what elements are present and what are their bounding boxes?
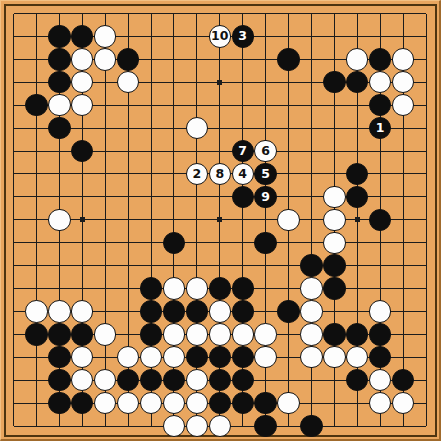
black-stone — [71, 140, 93, 162]
white-stone — [117, 392, 139, 414]
move-2-stone: 2 — [186, 163, 208, 185]
black-stone — [140, 323, 162, 345]
black-stone — [232, 369, 254, 391]
white-stone — [117, 346, 139, 368]
black-stone — [209, 392, 231, 414]
black-stone — [232, 392, 254, 414]
white-stone — [369, 71, 391, 93]
white-stone — [392, 94, 414, 116]
go-board-app: 10317628459 — [0, 0, 441, 441]
white-stone — [323, 209, 345, 231]
black-stone — [48, 369, 70, 391]
black-stone — [369, 209, 391, 231]
black-stone — [346, 323, 368, 345]
white-stone — [392, 48, 414, 70]
black-stone — [369, 94, 391, 116]
black-stone — [71, 25, 93, 47]
move-10-stone: 10 — [209, 25, 231, 47]
grid-line-vertical — [426, 14, 427, 427]
star-point — [217, 217, 222, 222]
white-stone — [186, 415, 208, 437]
black-stone — [71, 323, 93, 345]
black-stone — [346, 186, 368, 208]
white-stone — [392, 71, 414, 93]
white-stone — [71, 71, 93, 93]
black-stone — [232, 186, 254, 208]
black-stone — [323, 323, 345, 345]
black-stone — [209, 369, 231, 391]
black-stone — [140, 277, 162, 299]
black-stone — [48, 71, 70, 93]
black-stone — [346, 71, 368, 93]
white-stone — [232, 323, 254, 345]
black-stone — [232, 346, 254, 368]
move-5-stone: 5 — [254, 163, 276, 185]
white-stone — [48, 300, 70, 322]
star-point — [217, 80, 222, 85]
black-stone — [392, 369, 414, 391]
white-stone — [48, 94, 70, 116]
grid-line-horizontal — [14, 242, 427, 243]
black-stone — [300, 415, 322, 437]
black-stone — [140, 369, 162, 391]
black-stone — [232, 277, 254, 299]
go-board[interactable]: 10317628459 — [0, 0, 441, 441]
white-stone — [71, 369, 93, 391]
white-stone — [369, 369, 391, 391]
white-stone — [277, 392, 299, 414]
black-stone — [71, 392, 93, 414]
white-stone — [186, 392, 208, 414]
black-stone — [140, 300, 162, 322]
black-stone — [25, 94, 47, 116]
white-stone — [369, 300, 391, 322]
black-stone — [323, 71, 345, 93]
white-stone — [163, 277, 185, 299]
black-stone — [117, 369, 139, 391]
black-stone — [163, 300, 185, 322]
white-stone — [163, 323, 185, 345]
black-stone — [369, 48, 391, 70]
white-stone — [369, 392, 391, 414]
white-stone — [163, 346, 185, 368]
black-stone — [186, 300, 208, 322]
black-stone — [254, 232, 276, 254]
white-stone — [300, 300, 322, 322]
black-stone — [369, 346, 391, 368]
black-stone — [48, 346, 70, 368]
white-stone — [323, 186, 345, 208]
black-stone — [232, 300, 254, 322]
white-stone — [300, 277, 322, 299]
white-stone — [163, 392, 185, 414]
black-stone — [163, 232, 185, 254]
move-9-stone: 9 — [254, 186, 276, 208]
white-stone — [71, 346, 93, 368]
move-8-stone: 8 — [209, 163, 231, 185]
black-stone — [163, 369, 185, 391]
white-stone — [94, 392, 116, 414]
white-stone — [323, 346, 345, 368]
white-stone — [48, 209, 70, 231]
white-stone — [209, 415, 231, 437]
white-stone — [71, 48, 93, 70]
white-stone — [300, 346, 322, 368]
black-stone — [300, 254, 322, 276]
grid-line-horizontal — [14, 265, 427, 266]
white-stone — [94, 25, 116, 47]
black-stone — [48, 117, 70, 139]
white-stone — [94, 323, 116, 345]
white-stone — [117, 71, 139, 93]
move-4-stone: 4 — [232, 163, 254, 185]
white-stone — [25, 300, 47, 322]
black-stone — [117, 48, 139, 70]
white-stone — [71, 94, 93, 116]
black-stone — [254, 392, 276, 414]
black-stone — [323, 254, 345, 276]
white-stone — [163, 415, 185, 437]
black-stone — [254, 415, 276, 437]
star-point — [80, 217, 85, 222]
white-stone — [300, 323, 322, 345]
white-stone — [323, 232, 345, 254]
black-stone — [277, 48, 299, 70]
white-stone — [254, 323, 276, 345]
white-stone — [186, 277, 208, 299]
white-stone — [140, 346, 162, 368]
white-stone — [140, 392, 162, 414]
white-stone — [209, 323, 231, 345]
move-1-stone: 1 — [369, 117, 391, 139]
white-stone — [209, 300, 231, 322]
white-stone — [71, 300, 93, 322]
white-stone — [346, 346, 368, 368]
black-stone — [209, 277, 231, 299]
white-stone — [186, 369, 208, 391]
black-stone — [369, 323, 391, 345]
black-stone — [186, 346, 208, 368]
star-point — [355, 217, 360, 222]
white-stone — [277, 209, 299, 231]
black-stone — [48, 25, 70, 47]
black-stone — [209, 346, 231, 368]
move-3-stone: 3 — [232, 25, 254, 47]
white-stone — [346, 48, 368, 70]
black-stone — [346, 369, 368, 391]
white-stone — [186, 323, 208, 345]
black-stone — [25, 323, 47, 345]
move-7-stone: 7 — [232, 140, 254, 162]
white-stone — [186, 117, 208, 139]
black-stone — [323, 277, 345, 299]
white-stone — [392, 392, 414, 414]
black-stone — [346, 163, 368, 185]
black-stone — [277, 300, 299, 322]
move-6-stone: 6 — [254, 140, 276, 162]
black-stone — [48, 48, 70, 70]
black-stone — [48, 323, 70, 345]
white-stone — [94, 48, 116, 70]
white-stone — [94, 369, 116, 391]
white-stone — [254, 346, 276, 368]
black-stone — [48, 392, 70, 414]
